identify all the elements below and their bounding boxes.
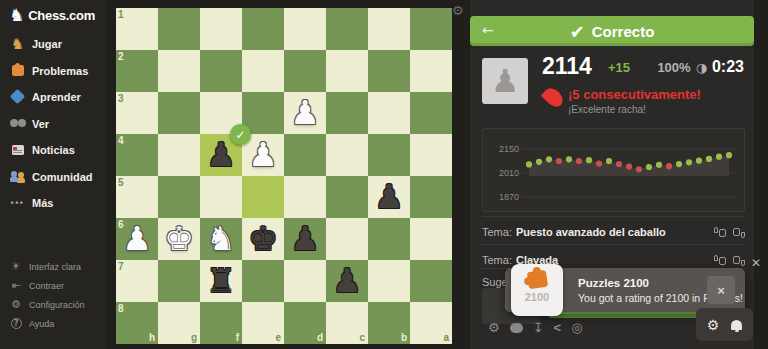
square-b8[interactable]: b	[368, 302, 410, 344]
square-d3[interactable]: ♟	[284, 92, 326, 134]
black-pawn-d6[interactable]: ♟	[284, 218, 326, 260]
square-d6[interactable]: ♟	[284, 218, 326, 260]
square-b6[interactable]	[368, 218, 410, 260]
chesscom-logo[interactable]: ♞ Chess.com	[9, 7, 95, 24]
thumbs-down-icon[interactable]	[733, 255, 745, 266]
square-b1[interactable]	[368, 8, 410, 50]
square-g3[interactable]	[158, 92, 200, 134]
square-e5[interactable]	[242, 176, 284, 218]
correct-banner: ← ✔ Correcto	[470, 16, 754, 46]
badge-rating: 2100	[525, 291, 549, 303]
square-c3[interactable]	[326, 92, 368, 134]
square-f1[interactable]	[200, 8, 242, 50]
rank-label-5: 5	[118, 177, 124, 188]
square-b4[interactable]	[368, 134, 410, 176]
sidebar: ♞ Chess.com ♞ Jugar Problemas Aprender V…	[0, 0, 105, 349]
bell-icon[interactable]	[731, 320, 742, 330]
toast-close-button[interactable]: ×	[707, 276, 735, 304]
square-a8[interactable]: a	[410, 302, 452, 344]
achievement-toast[interactable]: 2100 Puzzles 2100 You got a rating of 21…	[505, 268, 745, 312]
puzzle-piece-icon	[526, 270, 547, 289]
square-a1[interactable]	[410, 8, 452, 50]
square-h8[interactable]: 8h	[116, 302, 158, 344]
square-d8[interactable]: d	[284, 302, 326, 344]
board-settings-gear-icon[interactable]: ⚙	[452, 3, 464, 18]
rank-label-3: 3	[118, 93, 124, 104]
square-a6[interactable]	[410, 218, 452, 260]
svg-text:1870: 1870	[499, 192, 519, 202]
square-a7[interactable]	[410, 260, 452, 302]
sidebar-item-contraer[interactable]: ⇤ Contraer	[0, 276, 105, 295]
separator	[482, 216, 745, 217]
chess-board[interactable]: 123♟4♟✓♟5♟6♟♚♞♚♟7♜♟8hgfedcba	[116, 8, 452, 344]
square-d5[interactable]	[284, 176, 326, 218]
rating-chart: 215020101870	[482, 128, 745, 212]
rating-point-5-win[interactable]	[566, 156, 572, 162]
puzzle-rating: 2114	[542, 53, 592, 80]
white-pawn-d3[interactable]: ♟	[284, 92, 326, 134]
square-h5[interactable]: 5	[116, 176, 158, 218]
quick-settings-box: ⚙	[696, 308, 753, 341]
square-g2[interactable]	[158, 50, 200, 92]
focus-icon[interactable]: ◎	[571, 321, 582, 334]
square-a2[interactable]	[410, 50, 452, 92]
logo-text: Chess.com	[28, 8, 95, 23]
square-g7[interactable]	[158, 260, 200, 302]
rank-label-6: 6	[118, 219, 124, 230]
sidebar-footer: ☀ Interfaz clara ⇤ Contraer ⚙ Configurac…	[0, 257, 105, 333]
sidebar-item-problemas[interactable]: Problemas	[0, 58, 105, 85]
white-king-g6[interactable]: ♚	[158, 218, 200, 260]
square-e7[interactable]	[242, 260, 284, 302]
sidebar-item-mas[interactable]: ••• Más	[0, 190, 105, 217]
sidebar-item-comunidad[interactable]: Comunidad	[0, 164, 105, 191]
rating-point-6-loss[interactable]	[576, 158, 582, 164]
square-c2[interactable]	[326, 50, 368, 92]
square-f7[interactable]: ♜	[200, 260, 242, 302]
square-b3[interactable]	[368, 92, 410, 134]
newspaper-icon	[9, 143, 26, 158]
rating-point-7-win[interactable]	[586, 157, 592, 163]
square-c5[interactable]	[326, 176, 368, 218]
streak-title: ¡5 consecutivamente!	[568, 87, 701, 102]
black-pawn-b5[interactable]: ♟	[368, 176, 410, 218]
graduation-cap-icon	[9, 90, 26, 105]
file-label-f: f	[236, 332, 239, 343]
square-d1[interactable]	[284, 8, 326, 50]
correct-title: Correcto	[592, 23, 655, 40]
file-label-h: h	[149, 332, 155, 343]
sidebar-nav: ♞ Jugar Problemas Aprender Ver Noticias …	[0, 31, 105, 217]
separator	[482, 244, 745, 245]
avatar-pawn-icon: ♟	[491, 65, 520, 97]
solve-time: 0:23	[712, 58, 744, 76]
rating-point-20-win[interactable]	[716, 154, 722, 160]
square-f8[interactable]: f	[200, 302, 242, 344]
rating-point-2-win[interactable]	[536, 159, 542, 165]
square-a5[interactable]	[410, 176, 452, 218]
logo-knight-icon: ♞	[9, 7, 24, 24]
svg-text:2010: 2010	[499, 168, 519, 178]
rank-label-7: 7	[118, 261, 124, 272]
square-f4[interactable]: ♟✓	[200, 134, 242, 176]
sidebar-item-configuracion[interactable]: ⚙ Configuración	[0, 295, 105, 314]
sidebar-item-aprender[interactable]: Aprender	[0, 84, 105, 111]
white-knight-f6[interactable]: ♞	[200, 218, 242, 260]
collapse-icon: ⇤	[9, 279, 23, 292]
square-g1[interactable]	[158, 8, 200, 50]
square-b5[interactable]: ♟	[368, 176, 410, 218]
square-h1[interactable]: 1	[116, 8, 158, 50]
square-a4[interactable]	[410, 134, 452, 176]
people-icon	[9, 169, 26, 184]
square-e6[interactable]: ♚	[242, 218, 284, 260]
back-arrow-icon[interactable]: ←	[482, 22, 494, 38]
square-e8[interactable]: e	[242, 302, 284, 344]
black-pawn-c7[interactable]: ♟	[326, 260, 368, 302]
rating-point-14-win[interactable]	[656, 162, 662, 168]
rank-label-2: 2	[118, 51, 124, 62]
panel-footer-icons: ⚙ ↧ < ◎	[488, 320, 583, 335]
gear-icon[interactable]: ⚙	[707, 318, 720, 332]
thumbs-up-icon[interactable]	[714, 255, 726, 266]
file-label-d: d	[317, 332, 323, 343]
rating-point-4-loss[interactable]	[556, 158, 562, 164]
black-king-e6[interactable]: ♚	[242, 218, 284, 260]
correct-move-badge: ✓	[230, 124, 251, 145]
square-d2[interactable]	[284, 50, 326, 92]
rating-point-19-win[interactable]	[706, 156, 712, 162]
file-label-c: c	[359, 332, 365, 343]
gear-icon: ⚙	[9, 298, 23, 311]
streak-subtitle: ¡Excelente racha!	[568, 104, 646, 115]
square-c8[interactable]: c	[326, 302, 368, 344]
square-c6[interactable]	[326, 218, 368, 260]
ellipsis-icon: •••	[9, 196, 26, 211]
square-h2[interactable]: 2	[116, 50, 158, 92]
rank-label-8: 8	[118, 303, 124, 314]
sun-icon: ☀	[9, 260, 23, 273]
rating-point-3-win[interactable]	[546, 156, 552, 162]
rating-point-11-loss[interactable]	[626, 163, 632, 169]
rating-point-8-loss[interactable]	[596, 160, 602, 166]
square-g5[interactable]	[158, 176, 200, 218]
rating-chart-svg: 215020101870	[483, 129, 744, 211]
square-b7[interactable]	[368, 260, 410, 302]
help-icon: ?	[9, 318, 23, 329]
avatar[interactable]: ♟	[482, 58, 528, 104]
thumbs-up-icon[interactable]	[714, 227, 726, 238]
rating-point-17-win[interactable]	[686, 159, 692, 165]
correct-check-icon: ✔	[570, 21, 585, 42]
download-icon[interactable]: ↧	[533, 321, 544, 334]
notifications-close-icon[interactable]: ✕	[751, 256, 761, 270]
square-d4[interactable]	[284, 134, 326, 176]
toast-title: Puzzles 2100	[578, 277, 649, 289]
puzzle-icon	[9, 63, 26, 78]
knight-icon: ♞	[9, 37, 26, 52]
file-label-e: e	[275, 332, 281, 343]
square-c7[interactable]: ♟	[326, 260, 368, 302]
rating-point-21-win[interactable]	[726, 152, 732, 158]
sidebar-item-ver[interactable]: Ver	[0, 111, 105, 138]
square-h7[interactable]: 7	[116, 260, 158, 302]
square-a3[interactable]	[410, 92, 452, 134]
black-rook-f7[interactable]: ♜	[200, 260, 242, 302]
square-g8[interactable]: g	[158, 302, 200, 344]
settings-icon[interactable]: ⚙	[488, 321, 500, 334]
square-g6[interactable]: ♚	[158, 218, 200, 260]
square-g4[interactable]	[158, 134, 200, 176]
square-e1[interactable]	[242, 8, 284, 50]
binoculars-icon	[9, 116, 26, 131]
rating-point-9-win[interactable]	[606, 158, 612, 164]
square-c4[interactable]	[326, 134, 368, 176]
thumbs-down-icon[interactable]	[733, 227, 745, 238]
rating-point-1-win[interactable]	[526, 161, 532, 167]
rating-point-13-win[interactable]	[646, 164, 652, 170]
square-b2[interactable]	[368, 50, 410, 92]
square-f5[interactable]	[200, 176, 242, 218]
theme-name[interactable]: Puesto avanzado del caballo	[516, 226, 666, 238]
rating-point-18-win[interactable]	[696, 158, 702, 164]
square-h3[interactable]: 3	[116, 92, 158, 134]
svg-text:2150: 2150	[499, 144, 519, 154]
sidebar-item-noticias[interactable]: Noticias	[0, 137, 105, 164]
square-h6[interactable]: 6♟	[116, 218, 158, 260]
rating-point-10-loss[interactable]	[616, 161, 622, 167]
square-c1[interactable]	[326, 8, 368, 50]
puzzles-2100-badge: 2100	[511, 264, 563, 316]
square-f6[interactable]: ♞	[200, 218, 242, 260]
square-e2[interactable]	[242, 50, 284, 92]
square-f2[interactable]	[200, 50, 242, 92]
share-icon[interactable]: <	[554, 320, 562, 335]
file-label-g: g	[191, 332, 197, 343]
rating-point-15-loss[interactable]	[666, 163, 672, 169]
square-h4[interactable]: 4	[116, 134, 158, 176]
sidebar-item-interfaz-clara[interactable]: ☀ Interfaz clara	[0, 257, 105, 276]
file-label-b: b	[401, 332, 407, 343]
square-d7[interactable]	[284, 260, 326, 302]
timer-icon: ◑	[696, 60, 707, 75]
rating-point-16-win[interactable]	[676, 161, 682, 167]
rank-label-4: 4	[118, 135, 124, 146]
file-label-a: a	[443, 332, 449, 343]
sidebar-item-jugar[interactable]: ♞ Jugar	[0, 31, 105, 58]
score-group: 100% ◑ 0:23	[620, 58, 744, 76]
comment-icon[interactable]	[510, 323, 523, 333]
rank-label-1: 1	[118, 9, 124, 20]
theme-row-outpost: Tema: Puesto avanzado del caballo	[482, 220, 745, 244]
rating-point-12-loss[interactable]	[636, 166, 642, 172]
sidebar-item-ayuda[interactable]: ? Ayuda	[0, 314, 105, 333]
accuracy-value: 100%	[657, 60, 690, 75]
